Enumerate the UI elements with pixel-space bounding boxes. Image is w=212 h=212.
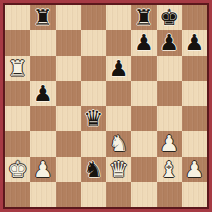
square-h1[interactable]	[182, 182, 207, 207]
square-b6[interactable]	[30, 56, 55, 81]
piece-white-knight[interactable]: ♞	[109, 131, 129, 156]
piece-black-rook[interactable]: ♜	[33, 5, 53, 30]
square-a8[interactable]	[5, 5, 30, 30]
square-b7[interactable]	[30, 30, 55, 55]
square-f1[interactable]	[131, 182, 156, 207]
square-g2[interactable]: ♝	[157, 157, 182, 182]
square-a2[interactable]: ♚	[5, 157, 30, 182]
square-f4[interactable]	[131, 106, 156, 131]
square-h6[interactable]	[182, 56, 207, 81]
piece-black-king[interactable]: ♚	[159, 5, 179, 30]
square-d3[interactable]	[81, 131, 106, 156]
square-d1[interactable]	[81, 182, 106, 207]
square-e5[interactable]	[106, 81, 131, 106]
square-d8[interactable]	[81, 5, 106, 30]
square-g8[interactable]: ♚	[157, 5, 182, 30]
square-e7[interactable]	[106, 30, 131, 55]
square-f2[interactable]	[131, 157, 156, 182]
square-f6[interactable]	[131, 56, 156, 81]
square-c8[interactable]	[56, 5, 81, 30]
square-d6[interactable]	[81, 56, 106, 81]
square-c5[interactable]	[56, 81, 81, 106]
square-g7[interactable]: ♟	[157, 30, 182, 55]
piece-white-bishop[interactable]: ♝	[159, 157, 179, 182]
square-g3[interactable]: ♟	[157, 131, 182, 156]
square-e8[interactable]	[106, 5, 131, 30]
piece-white-king[interactable]: ♚	[8, 157, 28, 182]
square-h3[interactable]	[182, 131, 207, 156]
square-b8[interactable]: ♜	[30, 5, 55, 30]
square-c3[interactable]	[56, 131, 81, 156]
square-a6[interactable]: ♜	[5, 56, 30, 81]
square-f8[interactable]: ♜	[131, 5, 156, 30]
chess-board-frame: ♜♜♚♟♟♟♜♟♟♛♞♟♚♟♞♛♝♟	[0, 0, 212, 212]
square-h5[interactable]	[182, 81, 207, 106]
piece-white-queen[interactable]: ♛	[109, 157, 129, 182]
square-h2[interactable]: ♟	[182, 157, 207, 182]
square-a7[interactable]	[5, 30, 30, 55]
square-e2[interactable]: ♛	[106, 157, 131, 182]
square-c6[interactable]	[56, 56, 81, 81]
piece-black-knight[interactable]: ♞	[84, 157, 104, 182]
square-g5[interactable]	[157, 81, 182, 106]
piece-black-pawn[interactable]: ♟	[159, 30, 179, 55]
square-a1[interactable]	[5, 182, 30, 207]
piece-black-pawn[interactable]: ♟	[33, 81, 53, 106]
square-b5[interactable]: ♟	[30, 81, 55, 106]
square-d7[interactable]	[81, 30, 106, 55]
piece-white-pawn[interactable]: ♟	[33, 157, 53, 182]
chess-board: ♜♜♚♟♟♟♜♟♟♛♞♟♚♟♞♛♝♟	[5, 5, 207, 207]
square-b1[interactable]	[30, 182, 55, 207]
square-c4[interactable]	[56, 106, 81, 131]
square-d2[interactable]: ♞	[81, 157, 106, 182]
piece-white-pawn[interactable]: ♟	[185, 157, 205, 182]
square-c1[interactable]	[56, 182, 81, 207]
piece-black-pawn[interactable]: ♟	[185, 30, 205, 55]
square-b2[interactable]: ♟	[30, 157, 55, 182]
square-d5[interactable]	[81, 81, 106, 106]
square-f7[interactable]: ♟	[131, 30, 156, 55]
square-g1[interactable]	[157, 182, 182, 207]
square-c2[interactable]	[56, 157, 81, 182]
square-a5[interactable]	[5, 81, 30, 106]
square-e6[interactable]: ♟	[106, 56, 131, 81]
piece-black-rook[interactable]: ♜	[134, 5, 154, 30]
square-e4[interactable]	[106, 106, 131, 131]
square-e1[interactable]	[106, 182, 131, 207]
piece-white-pawn[interactable]: ♟	[159, 131, 179, 156]
square-h7[interactable]: ♟	[182, 30, 207, 55]
square-c7[interactable]	[56, 30, 81, 55]
square-d4[interactable]: ♛	[81, 106, 106, 131]
piece-black-pawn[interactable]: ♟	[109, 56, 129, 81]
square-g6[interactable]	[157, 56, 182, 81]
square-f5[interactable]	[131, 81, 156, 106]
square-b4[interactable]	[30, 106, 55, 131]
piece-black-queen[interactable]: ♛	[84, 106, 104, 131]
square-e3[interactable]: ♞	[106, 131, 131, 156]
square-h4[interactable]	[182, 106, 207, 131]
square-h8[interactable]	[182, 5, 207, 30]
piece-black-pawn[interactable]: ♟	[134, 30, 154, 55]
square-b3[interactable]	[30, 131, 55, 156]
square-f3[interactable]	[131, 131, 156, 156]
square-g4[interactable]	[157, 106, 182, 131]
square-a3[interactable]	[5, 131, 30, 156]
piece-white-rook[interactable]: ♜	[8, 56, 28, 81]
square-a4[interactable]	[5, 106, 30, 131]
